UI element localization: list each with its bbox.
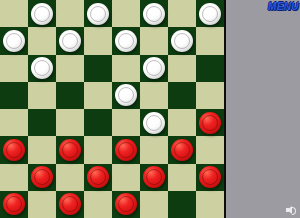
square-r1c6[interactable]: [168, 27, 196, 54]
white-piece[interactable]: [31, 57, 53, 79]
red-piece[interactable]: [143, 166, 165, 188]
red-piece[interactable]: [199, 166, 221, 188]
white-piece[interactable]: [171, 30, 193, 52]
red-piece[interactable]: [59, 139, 81, 161]
square-r6c6: [168, 164, 196, 191]
square-r5c2[interactable]: [56, 136, 84, 163]
square-r2c6: [168, 55, 196, 82]
square-r2c5[interactable]: [140, 55, 168, 82]
square-r0c7[interactable]: [196, 0, 224, 27]
square-r2c2: [56, 55, 84, 82]
square-r4c7[interactable]: [196, 109, 224, 136]
square-r2c4: [112, 55, 140, 82]
white-piece[interactable]: [87, 3, 109, 25]
square-r7c6[interactable]: [168, 191, 196, 218]
square-r6c5[interactable]: [140, 164, 168, 191]
red-piece[interactable]: [59, 193, 81, 215]
square-r4c6: [168, 109, 196, 136]
square-r4c2: [56, 109, 84, 136]
white-piece[interactable]: [3, 30, 25, 52]
square-r7c1: [28, 191, 56, 218]
square-r7c4[interactable]: [112, 191, 140, 218]
square-r4c1[interactable]: [28, 109, 56, 136]
square-r1c3: [84, 27, 112, 54]
square-r1c0[interactable]: [0, 27, 28, 54]
square-r4c3[interactable]: [84, 109, 112, 136]
square-r0c4: [112, 0, 140, 27]
square-r5c1: [28, 136, 56, 163]
square-r6c2: [56, 164, 84, 191]
square-r0c0: [0, 0, 28, 27]
square-r3c6[interactable]: [168, 82, 196, 109]
square-r3c2[interactable]: [56, 82, 84, 109]
square-r1c2[interactable]: [56, 27, 84, 54]
square-r1c7: [196, 27, 224, 54]
speaker-wave: [292, 207, 296, 215]
square-r5c7: [196, 136, 224, 163]
square-r6c1[interactable]: [28, 164, 56, 191]
square-r0c6: [168, 0, 196, 27]
red-piece[interactable]: [171, 139, 193, 161]
square-r7c7: [196, 191, 224, 218]
square-r6c4: [112, 164, 140, 191]
square-r4c0: [0, 109, 28, 136]
square-r3c7: [196, 82, 224, 109]
red-piece[interactable]: [199, 112, 221, 134]
square-r2c7[interactable]: [196, 55, 224, 82]
square-r2c1[interactable]: [28, 55, 56, 82]
square-r1c5: [140, 27, 168, 54]
checkers-game-window: MENU: [0, 0, 300, 218]
white-piece[interactable]: [143, 57, 165, 79]
square-r4c4: [112, 109, 140, 136]
square-r7c3: [84, 191, 112, 218]
square-r5c3: [84, 136, 112, 163]
square-r1c4[interactable]: [112, 27, 140, 54]
square-r5c6[interactable]: [168, 136, 196, 163]
red-piece[interactable]: [115, 193, 137, 215]
red-piece[interactable]: [3, 193, 25, 215]
square-r5c4[interactable]: [112, 136, 140, 163]
square-r0c3[interactable]: [84, 0, 112, 27]
square-r5c0[interactable]: [0, 136, 28, 163]
red-piece[interactable]: [87, 166, 109, 188]
white-piece[interactable]: [143, 112, 165, 134]
red-piece[interactable]: [31, 166, 53, 188]
square-r3c1: [28, 82, 56, 109]
red-piece[interactable]: [115, 139, 137, 161]
menu-button[interactable]: MENU: [268, 1, 299, 12]
white-piece[interactable]: [59, 30, 81, 52]
red-piece[interactable]: [3, 139, 25, 161]
side-panel: MENU: [226, 0, 300, 218]
square-r7c0[interactable]: [0, 191, 28, 218]
white-piece[interactable]: [115, 84, 137, 106]
square-r4c5[interactable]: [140, 109, 168, 136]
square-r6c3[interactable]: [84, 164, 112, 191]
square-r7c2[interactable]: [56, 191, 84, 218]
white-piece[interactable]: [143, 3, 165, 25]
square-r3c0[interactable]: [0, 82, 28, 109]
square-r6c7[interactable]: [196, 164, 224, 191]
square-r3c5: [140, 82, 168, 109]
white-piece[interactable]: [115, 30, 137, 52]
square-r0c2: [56, 0, 84, 27]
white-piece[interactable]: [31, 3, 53, 25]
square-r5c5: [140, 136, 168, 163]
square-r1c1: [28, 27, 56, 54]
square-r7c5: [140, 191, 168, 218]
square-r3c3: [84, 82, 112, 109]
square-r0c1[interactable]: [28, 0, 56, 27]
board: [0, 0, 226, 218]
square-r3c4[interactable]: [112, 82, 140, 109]
square-r0c5[interactable]: [140, 0, 168, 27]
square-r2c0: [0, 55, 28, 82]
square-r2c3[interactable]: [84, 55, 112, 82]
square-r6c0: [0, 164, 28, 191]
speaker-icon[interactable]: [286, 205, 297, 214]
white-piece[interactable]: [199, 3, 221, 25]
